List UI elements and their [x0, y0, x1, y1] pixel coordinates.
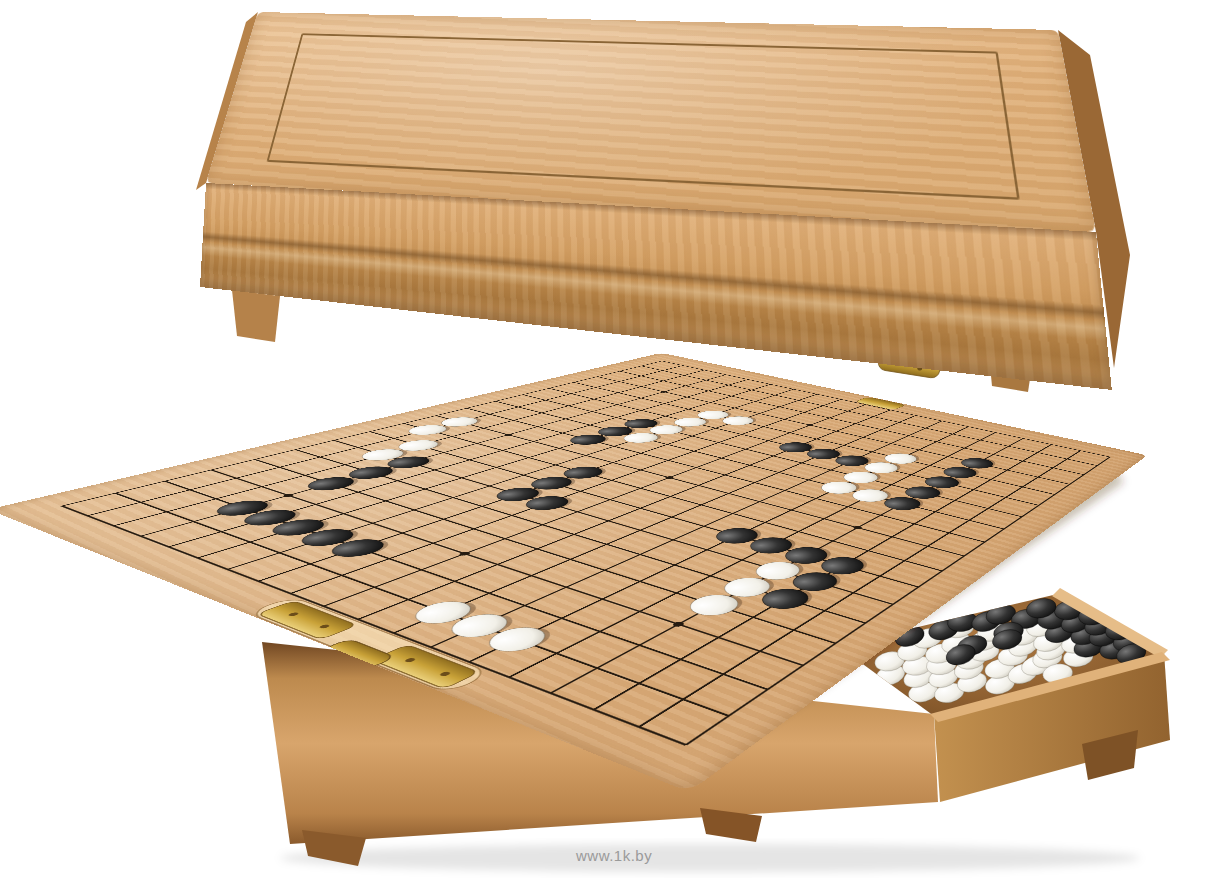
- lid-inlay-border: [267, 34, 1020, 200]
- floor-shadow: [280, 844, 1140, 872]
- box-lid-foot-left: [232, 290, 280, 342]
- go-set-photo: www.1k.by: [0, 0, 1220, 881]
- grid-line: [523, 395, 1022, 517]
- grid-line: [394, 415, 916, 633]
- watermark-text: www.1k.by: [576, 847, 652, 864]
- grid-line: [431, 421, 942, 647]
